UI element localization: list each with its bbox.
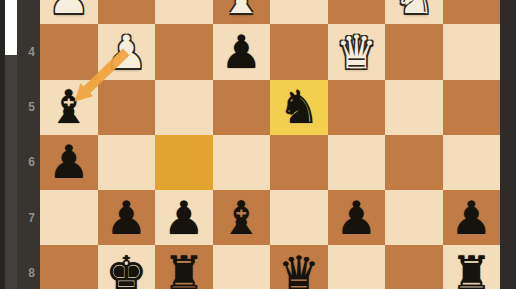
black-pawn-c7[interactable]: ♟: [336, 195, 377, 241]
square-a8[interactable]: ♜: [443, 245, 501, 289]
square-a6[interactable]: [443, 135, 501, 190]
square-h6[interactable]: ♟: [40, 135, 98, 190]
square-g7[interactable]: ♟: [98, 190, 156, 245]
square-e6[interactable]: [213, 135, 271, 190]
square-h7[interactable]: [40, 190, 98, 245]
square-e8[interactable]: [213, 245, 271, 289]
square-b3[interactable]: ♞: [385, 0, 443, 24]
black-pawn-g7[interactable]: ♟: [106, 195, 147, 241]
square-a7[interactable]: ♟: [443, 190, 501, 245]
white-knight-b3[interactable]: ♞: [393, 0, 434, 20]
square-d7[interactable]: [270, 190, 328, 245]
square-g6[interactable]: [98, 135, 156, 190]
square-e3[interactable]: ♝: [213, 0, 271, 24]
black-knight-d5[interactable]: ♞: [278, 84, 319, 130]
square-c6[interactable]: [328, 135, 386, 190]
rank-label-7: 7: [17, 190, 40, 245]
rank-label-gutter: 45678: [17, 0, 40, 289]
rank-label-8: 8: [17, 245, 40, 289]
rank-label-4: 4: [17, 24, 40, 79]
square-c7[interactable]: ♟: [328, 190, 386, 245]
square-e5[interactable]: [213, 80, 271, 135]
square-h5[interactable]: ♝: [40, 80, 98, 135]
black-bishop-e7[interactable]: ♝: [221, 195, 262, 241]
black-pawn-e4[interactable]: ♟: [221, 29, 262, 75]
black-pawn-a7[interactable]: ♟: [451, 195, 492, 241]
rank-label-6: 6: [17, 135, 40, 190]
square-d5[interactable]: ♞: [270, 80, 328, 135]
square-g3[interactable]: [98, 0, 156, 24]
square-b8[interactable]: [385, 245, 443, 289]
black-bishop-h5[interactable]: ♝: [48, 84, 89, 130]
square-c4[interactable]: ♛: [328, 24, 386, 79]
black-pawn-f7[interactable]: ♟: [163, 195, 204, 241]
square-d3[interactable]: [270, 0, 328, 24]
square-h4[interactable]: [40, 24, 98, 79]
square-f6[interactable]: [155, 135, 213, 190]
square-a5[interactable]: [443, 80, 501, 135]
square-d4[interactable]: [270, 24, 328, 79]
square-g5[interactable]: [98, 80, 156, 135]
square-b4[interactable]: [385, 24, 443, 79]
black-king-g8[interactable]: ♚: [106, 250, 147, 289]
square-e7[interactable]: ♝: [213, 190, 271, 245]
square-c8[interactable]: [328, 245, 386, 289]
rank-label-5: 5: [17, 80, 40, 135]
square-a4[interactable]: [443, 24, 501, 79]
black-rook-a8[interactable]: ♜: [451, 250, 492, 289]
square-b5[interactable]: [385, 80, 443, 135]
square-h3[interactable]: ♟: [40, 0, 98, 24]
black-queen-d8[interactable]: ♛: [278, 250, 319, 289]
square-e4[interactable]: ♟: [213, 24, 271, 79]
square-h8[interactable]: [40, 245, 98, 289]
square-c5[interactable]: [328, 80, 386, 135]
square-g8[interactable]: ♚: [98, 245, 156, 289]
square-f8[interactable]: ♜: [155, 245, 213, 289]
chess-board: ♟♝♞♟♟♛♝♞♟♟♟♝♟♟♚♜♛♜: [40, 0, 500, 289]
evaluation-bar-white-segment: [5, 0, 17, 55]
square-b7[interactable]: [385, 190, 443, 245]
square-d6[interactable]: [270, 135, 328, 190]
white-bishop-e3[interactable]: ♝: [221, 0, 262, 20]
square-g4[interactable]: ♟: [98, 24, 156, 79]
white-queen-c4[interactable]: ♛: [336, 29, 377, 75]
square-a3[interactable]: [443, 0, 501, 24]
square-b6[interactable]: [385, 135, 443, 190]
square-d8[interactable]: ♛: [270, 245, 328, 289]
video-frame: 45678 ♟♝♞♟♟♛♝♞♟♟♟♝♟♟♚♜♛♜: [0, 0, 516, 289]
black-pawn-h6[interactable]: ♟: [48, 139, 89, 185]
evaluation-bar: [5, 0, 17, 289]
square-f3[interactable]: [155, 0, 213, 24]
square-f5[interactable]: [155, 80, 213, 135]
white-pawn-g4[interactable]: ♟: [106, 29, 147, 75]
square-c3[interactable]: [328, 0, 386, 24]
square-f7[interactable]: ♟: [155, 190, 213, 245]
black-rook-f8[interactable]: ♜: [163, 250, 204, 289]
white-pawn-h3[interactable]: ♟: [48, 0, 89, 20]
square-f4[interactable]: [155, 24, 213, 79]
